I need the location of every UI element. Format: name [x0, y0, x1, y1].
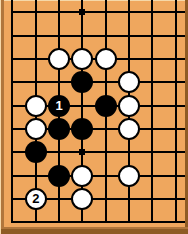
- intersection: [47, 187, 70, 210]
- intersection: [164, 24, 187, 47]
- intersection: [71, 24, 94, 47]
- intersection: [1, 71, 24, 94]
- intersection: [164, 141, 187, 164]
- black-stone: [71, 71, 93, 93]
- frame-left: [1, 0, 4, 234]
- go-board: 12: [0, 0, 188, 234]
- star-point: [79, 149, 85, 155]
- intersection: [94, 1, 117, 24]
- intersection: [164, 1, 187, 24]
- black-stone: [48, 165, 70, 187]
- intersection: [164, 164, 187, 187]
- intersection: [164, 187, 187, 210]
- black-stone: [25, 141, 47, 163]
- intersection: [164, 47, 187, 70]
- intersection: [71, 47, 94, 70]
- intersection: [94, 187, 117, 210]
- intersection: [71, 94, 94, 117]
- intersection: [141, 94, 164, 117]
- intersection: [94, 94, 117, 117]
- intersection: [1, 24, 24, 47]
- intersection: [24, 1, 47, 24]
- intersection: [1, 94, 24, 117]
- white-stone: [118, 118, 140, 140]
- white-stone: [95, 48, 117, 70]
- white-stone: [118, 71, 140, 93]
- intersection: [117, 47, 140, 70]
- white-stone: [25, 95, 47, 117]
- intersection: [141, 117, 164, 140]
- intersection: [24, 117, 47, 140]
- intersection: [24, 94, 47, 117]
- white-stone: [71, 48, 93, 70]
- intersection: [24, 47, 47, 70]
- star-point: [79, 9, 85, 15]
- intersection: [117, 1, 140, 24]
- intersection: [141, 164, 164, 187]
- intersection: [1, 187, 24, 210]
- white-stone: [118, 95, 140, 117]
- intersection: [1, 164, 24, 187]
- intersection: [47, 47, 70, 70]
- intersection: [47, 164, 70, 187]
- intersection: [94, 164, 117, 187]
- intersection: [47, 117, 70, 140]
- white-stone: [71, 165, 93, 187]
- intersection: [164, 94, 187, 117]
- intersection: [24, 141, 47, 164]
- intersection: [141, 24, 164, 47]
- frame-bottom: [0, 229, 188, 234]
- white-stone-move-2: 2: [25, 188, 47, 210]
- intersection: [47, 71, 70, 94]
- intersection: [24, 24, 47, 47]
- intersection: [117, 94, 140, 117]
- intersection: [47, 24, 70, 47]
- frame-left-highlight: [0, 0, 1, 234]
- white-stone: [48, 48, 70, 70]
- intersection: 2: [24, 187, 47, 210]
- intersection: [71, 71, 94, 94]
- intersection: [164, 117, 187, 140]
- intersection: [141, 71, 164, 94]
- black-stone: [71, 118, 93, 140]
- intersection: [1, 47, 24, 70]
- intersection: [94, 141, 117, 164]
- white-stone: [25, 118, 47, 140]
- intersection: [117, 117, 140, 140]
- intersection: [24, 164, 47, 187]
- frame-right: [185, 0, 188, 234]
- intersection: [141, 141, 164, 164]
- black-stone: [95, 95, 117, 117]
- black-stone-move-1: 1: [48, 95, 70, 117]
- intersection: [71, 187, 94, 210]
- intersection: [71, 141, 94, 164]
- intersection: [117, 187, 140, 210]
- intersection: [117, 24, 140, 47]
- intersection: [71, 164, 94, 187]
- intersection: [94, 117, 117, 140]
- intersection: [1, 1, 24, 24]
- intersection: [117, 141, 140, 164]
- intersection: [141, 1, 164, 24]
- intersection: [117, 71, 140, 94]
- intersection: [71, 1, 94, 24]
- black-stone: [48, 118, 70, 140]
- intersection: [164, 71, 187, 94]
- intersection: [71, 117, 94, 140]
- intersection: [117, 164, 140, 187]
- intersection: [141, 47, 164, 70]
- intersection: [1, 141, 24, 164]
- intersection: [94, 24, 117, 47]
- intersection: [141, 187, 164, 210]
- intersection: [94, 71, 117, 94]
- intersection: [47, 141, 70, 164]
- intersection: 1: [47, 94, 70, 117]
- white-stone: [71, 188, 93, 210]
- intersection: [24, 71, 47, 94]
- white-stone: [118, 165, 140, 187]
- intersection: [1, 117, 24, 140]
- intersection: [94, 47, 117, 70]
- intersection: [47, 1, 70, 24]
